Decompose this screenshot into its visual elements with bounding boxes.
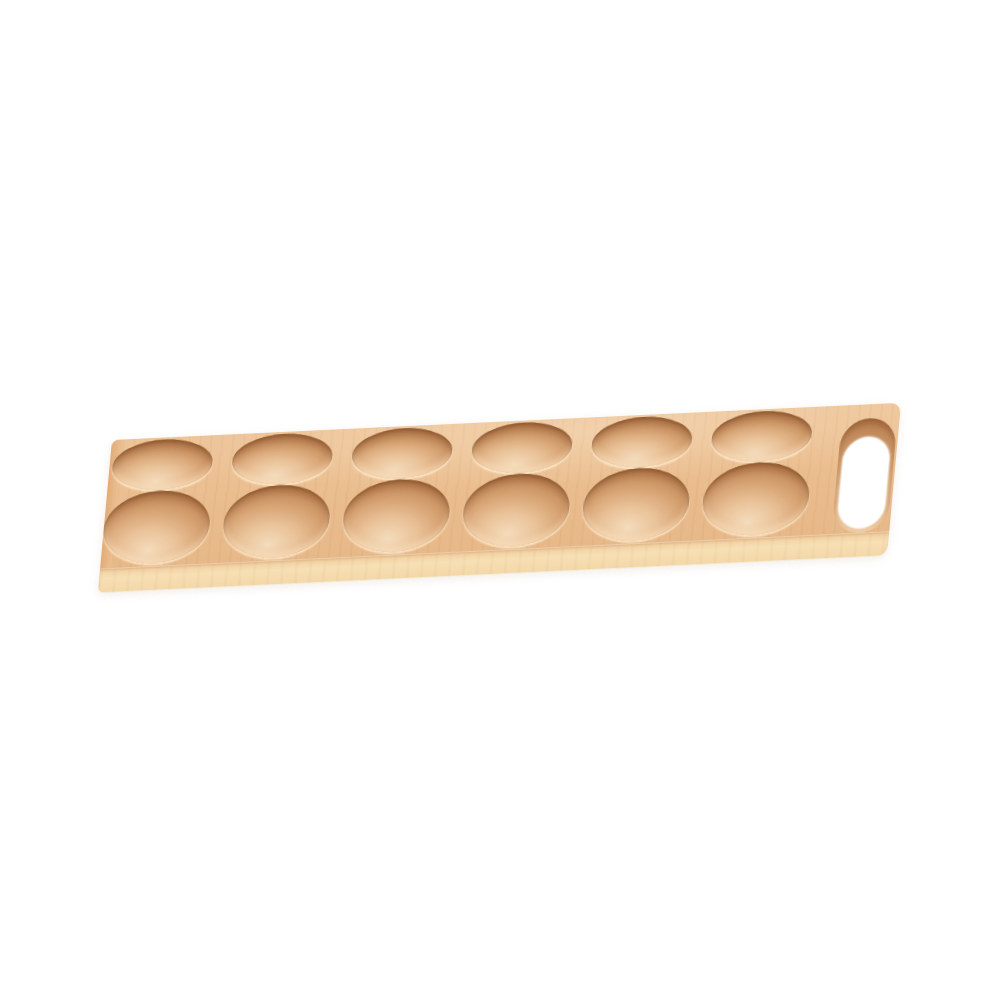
pit-r0-c4[interactable] xyxy=(590,415,695,470)
pit-cell xyxy=(460,471,573,548)
pit-r1-c0[interactable] xyxy=(100,488,213,565)
pit-r0-c5[interactable] xyxy=(709,409,814,464)
pit-r0-c0[interactable] xyxy=(110,437,215,492)
pit-cell xyxy=(220,483,333,560)
mancala-board xyxy=(98,403,901,593)
pit-cell xyxy=(100,488,213,565)
pit-cell xyxy=(230,427,335,486)
pit-cell xyxy=(700,460,813,537)
pit-r1-c3[interactable] xyxy=(460,471,573,548)
pit-r0-c1[interactable] xyxy=(230,432,335,487)
pit-r0-c3[interactable] xyxy=(470,420,575,475)
handle-hole-cutout xyxy=(837,436,891,529)
mancala-board-scene xyxy=(0,0,1000,1000)
pit-cell xyxy=(590,411,695,470)
pit-r1-c4[interactable] xyxy=(580,466,693,543)
pit-cell xyxy=(580,466,693,543)
pit-cell xyxy=(709,405,814,464)
pit-cell xyxy=(350,422,455,481)
pit-cell xyxy=(110,433,215,492)
handle-recess xyxy=(831,417,898,534)
pit-r1-c5[interactable] xyxy=(700,460,813,537)
pit-r1-c1[interactable] xyxy=(220,483,333,560)
pit-cell xyxy=(470,416,575,475)
pit-cell xyxy=(340,477,453,554)
pit-r1-c2[interactable] xyxy=(340,477,453,554)
pit-r0-c2[interactable] xyxy=(350,426,455,481)
